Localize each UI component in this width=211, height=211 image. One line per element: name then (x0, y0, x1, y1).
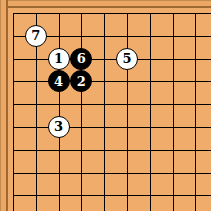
stone-black-4: 4 (48, 70, 70, 92)
stone-white-5: 5 (116, 48, 138, 70)
stone-white-7: 7 (25, 25, 47, 47)
stone-white-1: 1 (48, 48, 70, 70)
go-board: 1234567 (0, 0, 211, 211)
stone-black-6: 6 (70, 48, 92, 70)
stone-white-3: 3 (48, 116, 70, 138)
stone-black-2: 2 (70, 70, 92, 92)
stones-grid: 1234567 (2, 2, 207, 207)
